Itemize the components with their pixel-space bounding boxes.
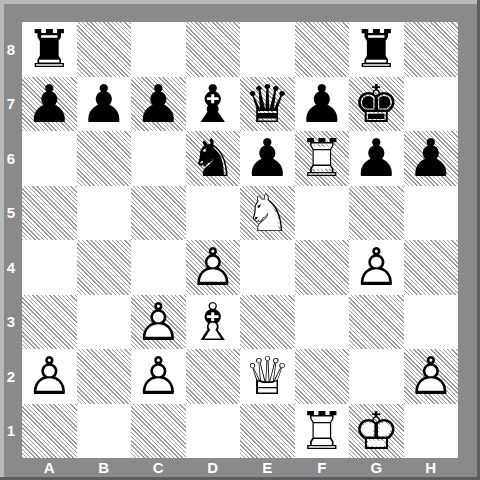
square-f6[interactable]: ♜♖ [295, 131, 350, 186]
square-f7[interactable]: ♟ [295, 77, 350, 132]
square-d7[interactable]: ♝ [186, 77, 241, 132]
piece-white-pawn: ♙ [135, 350, 182, 402]
piece-white-knight: ♘ [244, 187, 291, 239]
file-label-e: E [240, 457, 295, 477]
square-g4[interactable]: ♟♙ [349, 240, 404, 295]
file-label-a: A [22, 457, 77, 477]
square-a6[interactable] [22, 131, 77, 186]
piece-white-king: ♔ [353, 405, 400, 457]
frame-bevel-top [0, 0, 480, 4]
rank-label-5: 5 [0, 186, 22, 241]
square-h5[interactable] [404, 186, 459, 241]
piece-white-queen: ♕ [244, 350, 291, 402]
rank-label-4: 4 [0, 240, 22, 295]
piece-black-bishop: ♝ [189, 78, 236, 130]
square-a8[interactable]: ♜ [22, 22, 77, 77]
square-g3[interactable] [349, 295, 404, 350]
piece-black-knight: ♞ [189, 132, 236, 184]
square-h2[interactable]: ♟♙ [404, 349, 459, 404]
piece-white-pawn: ♙ [407, 350, 454, 402]
file-labels: ABCDEFGH [22, 457, 458, 477]
rank-label-8: 8 [0, 22, 22, 77]
piece-black-pawn: ♟ [244, 132, 291, 184]
piece-black-pawn: ♟ [353, 132, 400, 184]
square-e4[interactable] [240, 240, 295, 295]
square-d8[interactable] [186, 22, 241, 77]
file-label-f: F [295, 457, 350, 477]
square-e6[interactable]: ♟ [240, 131, 295, 186]
square-h7[interactable] [404, 77, 459, 132]
square-a5[interactable] [22, 186, 77, 241]
piece-black-pawn: ♟ [80, 78, 127, 130]
square-d4[interactable]: ♟♙ [186, 240, 241, 295]
piece-black-pawn: ♟ [135, 78, 182, 130]
piece-black-pawn: ♟ [26, 78, 73, 130]
square-g2[interactable] [349, 349, 404, 404]
file-label-g: G [349, 457, 404, 477]
square-g1[interactable]: ♚♔ [349, 404, 404, 459]
square-h3[interactable] [404, 295, 459, 350]
square-c5[interactable] [131, 186, 186, 241]
square-e1[interactable] [240, 404, 295, 459]
square-b5[interactable] [77, 186, 132, 241]
square-d5[interactable] [186, 186, 241, 241]
square-g7[interactable]: ♚ [349, 77, 404, 132]
rank-label-7: 7 [0, 77, 22, 132]
square-h8[interactable] [404, 22, 459, 77]
square-e7[interactable]: ♛ [240, 77, 295, 132]
square-f5[interactable] [295, 186, 350, 241]
square-b7[interactable]: ♟ [77, 77, 132, 132]
square-g8[interactable]: ♜ [349, 22, 404, 77]
piece-black-queen: ♛ [244, 78, 291, 130]
piece-black-pawn: ♟ [407, 132, 454, 184]
square-b6[interactable] [77, 131, 132, 186]
piece-white-bishop: ♗ [189, 296, 236, 348]
square-g6[interactable]: ♟ [349, 131, 404, 186]
square-b4[interactable] [77, 240, 132, 295]
square-d6[interactable]: ♞ [186, 131, 241, 186]
chess-board-frame: 87654321 ♜♜♟♟♟♝♛♟♚♞♟♜♖♟♟♞♘♟♙♟♙♟♙♝♗♟♙♟♙♛♕… [0, 0, 480, 480]
square-b1[interactable] [77, 404, 132, 459]
square-c7[interactable]: ♟ [131, 77, 186, 132]
square-c6[interactable] [131, 131, 186, 186]
square-a3[interactable] [22, 295, 77, 350]
chess-board: ♜♜♟♟♟♝♛♟♚♞♟♜♖♟♟♞♘♟♙♟♙♟♙♝♗♟♙♟♙♛♕♟♙♜♖♚♔ [22, 22, 458, 458]
square-a4[interactable] [22, 240, 77, 295]
file-label-c: C [131, 457, 186, 477]
square-e8[interactable] [240, 22, 295, 77]
square-f3[interactable] [295, 295, 350, 350]
square-f8[interactable] [295, 22, 350, 77]
square-f4[interactable] [295, 240, 350, 295]
square-f2[interactable] [295, 349, 350, 404]
square-c8[interactable] [131, 22, 186, 77]
rank-label-3: 3 [0, 295, 22, 350]
piece-white-rook: ♖ [298, 132, 345, 184]
piece-black-pawn: ♟ [298, 78, 345, 130]
piece-white-pawn: ♙ [135, 296, 182, 348]
square-a7[interactable]: ♟ [22, 77, 77, 132]
piece-white-rook: ♖ [298, 405, 345, 457]
file-label-h: H [404, 457, 459, 477]
rank-label-1: 1 [0, 404, 22, 459]
piece-black-rook: ♜ [26, 23, 73, 75]
piece-white-pawn: ♙ [189, 241, 236, 293]
square-h1[interactable] [404, 404, 459, 459]
rank-labels: 87654321 [0, 22, 22, 458]
square-g5[interactable] [349, 186, 404, 241]
square-d2[interactable] [186, 349, 241, 404]
square-e5[interactable]: ♞♘ [240, 186, 295, 241]
file-label-b: B [77, 457, 132, 477]
square-c2[interactable]: ♟♙ [131, 349, 186, 404]
square-c3[interactable]: ♟♙ [131, 295, 186, 350]
rank-label-2: 2 [0, 349, 22, 404]
square-h4[interactable] [404, 240, 459, 295]
square-f1[interactable]: ♜♖ [295, 404, 350, 459]
rank-label-6: 6 [0, 131, 22, 186]
square-b3[interactable] [77, 295, 132, 350]
square-d1[interactable] [186, 404, 241, 459]
square-e2[interactable]: ♛♕ [240, 349, 295, 404]
file-label-d: D [186, 457, 241, 477]
square-a2[interactable]: ♟♙ [22, 349, 77, 404]
square-h6[interactable]: ♟ [404, 131, 459, 186]
piece-black-king: ♚ [353, 78, 400, 130]
piece-white-pawn: ♙ [353, 241, 400, 293]
piece-black-rook: ♜ [353, 23, 400, 75]
square-c1[interactable] [131, 404, 186, 459]
square-c4[interactable] [131, 240, 186, 295]
piece-white-pawn: ♙ [26, 350, 73, 402]
square-b2[interactable] [77, 349, 132, 404]
square-e3[interactable] [240, 295, 295, 350]
square-b8[interactable] [77, 22, 132, 77]
square-d3[interactable]: ♝♗ [186, 295, 241, 350]
square-a1[interactable] [22, 404, 77, 459]
